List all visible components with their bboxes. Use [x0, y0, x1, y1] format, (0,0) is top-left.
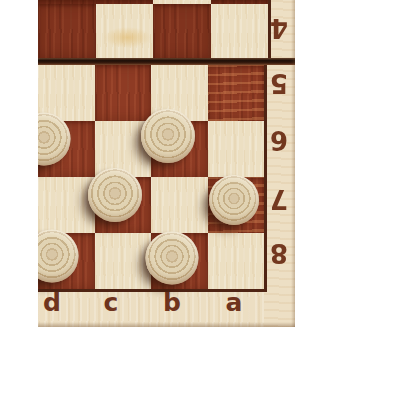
rank-label-4: 4	[266, 15, 292, 41]
board-fold-line	[38, 58, 295, 65]
white-checker-a7[interactable]	[209, 175, 259, 225]
board-photo: dcba45678	[38, 0, 295, 327]
file-label-c: c	[104, 291, 119, 315]
rank-label-8: 8	[266, 240, 292, 266]
square-c5[interactable]	[95, 65, 152, 121]
board-rank4-row	[38, 4, 268, 58]
file-label-d: d	[43, 291, 61, 315]
square-c4[interactable]	[96, 4, 154, 58]
white-checker-c7[interactable]	[88, 168, 142, 222]
rank-label-5: 5	[266, 70, 292, 96]
rank-label-7: 7	[266, 186, 292, 212]
square-a8[interactable]	[208, 233, 265, 289]
square-c8[interactable]	[95, 233, 152, 289]
square-a6[interactable]	[208, 121, 265, 177]
square-b7[interactable]	[151, 177, 208, 233]
square-d4[interactable]	[38, 4, 96, 58]
file-label-a: a	[226, 291, 243, 315]
white-checker-b8[interactable]	[146, 232, 199, 285]
file-label-b: b	[163, 291, 181, 315]
square-a4[interactable]	[211, 4, 269, 58]
rank-label-6: 6	[266, 127, 292, 153]
square-b4[interactable]	[153, 4, 211, 58]
square-d7[interactable]	[38, 177, 95, 233]
square-a5[interactable]	[208, 65, 265, 121]
white-checker-b6[interactable]	[141, 109, 195, 163]
